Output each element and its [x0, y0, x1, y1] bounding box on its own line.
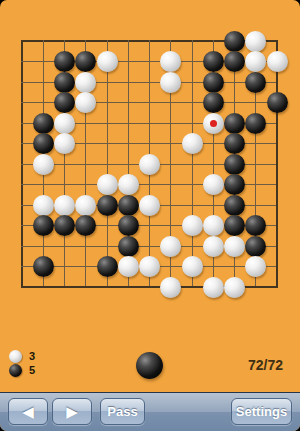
black-stone — [33, 113, 54, 134]
black-stone — [203, 92, 224, 113]
black-stone — [54, 51, 75, 72]
black-stone — [224, 215, 245, 236]
black-stone — [203, 51, 224, 72]
black-stone — [267, 92, 288, 113]
white-stone — [54, 133, 75, 154]
white-stone — [203, 277, 224, 298]
black-stone — [118, 236, 139, 257]
black-stone — [224, 51, 245, 72]
white-stone — [245, 256, 266, 277]
prev-move-button[interactable]: ◀ — [8, 398, 48, 425]
black-stone — [224, 113, 245, 134]
black-stone — [97, 256, 118, 277]
white-stone — [203, 174, 224, 195]
black-stone — [54, 72, 75, 93]
white-stone — [139, 154, 160, 175]
white-stone — [203, 236, 224, 257]
white-stone — [33, 154, 54, 175]
black-stone — [203, 72, 224, 93]
white-stone — [182, 133, 203, 154]
white-stone — [54, 113, 75, 134]
grid-line-v — [276, 40, 278, 288]
white-stone — [182, 256, 203, 277]
white-stone — [160, 72, 181, 93]
right-arrow-icon: ▶ — [66, 403, 78, 420]
white-stone — [75, 195, 96, 216]
grid-line-v — [192, 40, 193, 288]
next-move-button[interactable]: ▶ — [52, 398, 92, 425]
black-stone — [245, 72, 266, 93]
black-stone — [118, 215, 139, 236]
black-stone — [245, 236, 266, 257]
black-stone — [33, 133, 54, 154]
white-stone — [160, 236, 181, 257]
white-stone — [139, 195, 160, 216]
white-stone — [160, 51, 181, 72]
black-stone — [224, 133, 245, 154]
white-stone — [203, 215, 224, 236]
black-stone — [75, 215, 96, 236]
move-counter: 72/72 — [248, 357, 283, 373]
white-stone — [118, 174, 139, 195]
black-stone — [54, 92, 75, 113]
white-stone — [97, 51, 118, 72]
white-stone — [267, 51, 288, 72]
black-stone — [245, 113, 266, 134]
white-stone — [33, 195, 54, 216]
turn-indicator-stone — [136, 352, 163, 379]
black-stone — [33, 215, 54, 236]
white-stone — [224, 277, 245, 298]
white-stone — [97, 174, 118, 195]
captured-white-stone-icon — [9, 350, 22, 363]
black-stone — [54, 215, 75, 236]
white-stone — [118, 256, 139, 277]
white-stone — [245, 51, 266, 72]
black-stone — [224, 174, 245, 195]
white-stone — [75, 72, 96, 93]
black-stone — [224, 31, 245, 52]
black-stone — [245, 215, 266, 236]
white-stone — [75, 92, 96, 113]
white-stone — [245, 31, 266, 52]
captured-white-count: 3 — [29, 350, 35, 363]
black-stone — [224, 195, 245, 216]
settings-button[interactable]: Settings — [231, 398, 292, 425]
white-stone — [182, 215, 203, 236]
left-arrow-icon: ◀ — [22, 403, 34, 420]
pass-button[interactable]: Pass — [100, 398, 145, 425]
bottom-toolbar: ◀ ▶ Pass Settings — [0, 392, 300, 431]
black-stone — [118, 195, 139, 216]
captured-black-count: 5 — [29, 364, 35, 377]
captured-black-stone-icon — [9, 364, 22, 377]
last-move-marker — [210, 120, 217, 127]
white-stone — [54, 195, 75, 216]
white-stone — [224, 236, 245, 257]
go-board[interactable] — [0, 0, 300, 393]
app-screen: 3 5 72/72 ◀ ▶ Pass Settings — [0, 0, 300, 431]
black-stone — [33, 256, 54, 277]
black-stone — [224, 154, 245, 175]
white-stone — [139, 256, 160, 277]
black-stone — [97, 195, 118, 216]
black-stone — [75, 51, 96, 72]
white-stone — [160, 277, 181, 298]
